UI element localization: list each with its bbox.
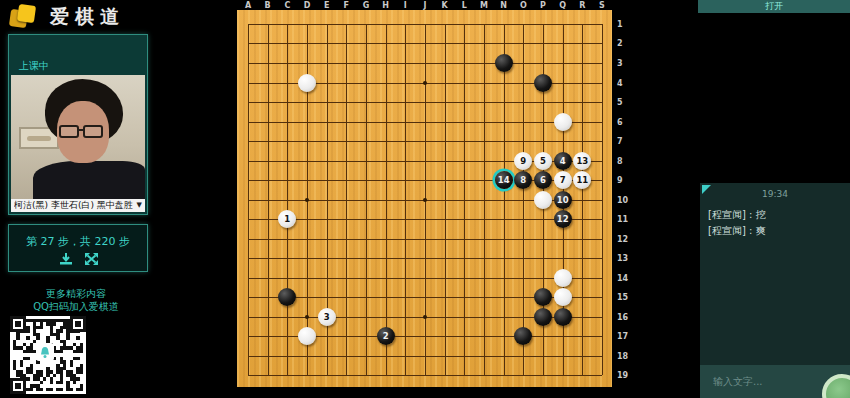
move-counter-text: 第 27 步，共 220 步	[9, 234, 147, 249]
col-label: S	[599, 1, 605, 10]
stone-p15	[534, 288, 552, 306]
row-label: 1	[617, 20, 623, 29]
row-label: 9	[617, 175, 623, 184]
row-label: 15	[617, 293, 628, 302]
app-logo: 爱棋道	[10, 4, 125, 30]
row-label: 3	[617, 58, 623, 67]
promo-text: 更多精彩内容 QQ扫码加入爱棋道	[0, 287, 152, 313]
promo-line2: QQ扫码加入爱棋道	[0, 300, 152, 313]
row-label: 16	[617, 312, 628, 321]
download-icon[interactable]	[59, 253, 73, 265]
chevron-down-icon: ▼	[137, 199, 142, 212]
qr-finder-bottom-left	[10, 378, 26, 394]
col-label: O	[520, 1, 527, 10]
qr-finder-top-right	[70, 316, 86, 332]
chat-collapse-icon[interactable]	[702, 185, 711, 194]
go-board: 9541314867111011232	[237, 10, 612, 387]
row-label: 5	[617, 97, 623, 106]
row-label: 11	[617, 215, 628, 224]
col-label: J	[424, 1, 427, 10]
col-label: C	[284, 1, 290, 10]
chat-timestamp: 19:34	[700, 183, 850, 199]
stone-q16	[554, 308, 572, 326]
row-label: 14	[617, 273, 628, 282]
col-label: M	[480, 1, 488, 10]
col-label: P	[540, 1, 546, 10]
app-window: 爱棋道 上课中 柯洁(黑) 李世石(白) 黑中盘胜 ▼ 第 27 步，共 220…	[0, 0, 850, 398]
promo-line1: 更多精彩内容	[0, 287, 152, 300]
stone-o9: 8	[514, 171, 532, 189]
col-label: Q	[559, 1, 566, 10]
row-label: 13	[617, 254, 628, 263]
stone-p4	[534, 74, 552, 92]
glasses-right	[83, 125, 103, 138]
stone-h17: 2	[377, 327, 395, 345]
game-select-value: 柯洁(黑) 李世石(白) 黑中盘胜	[14, 199, 133, 212]
chat-message: [程宣闻] : 爽	[708, 223, 842, 239]
board-row-labels: 12345678910111213141516171819	[617, 24, 633, 375]
row-label: 19	[617, 371, 628, 380]
qr-finder-top-left	[10, 316, 26, 332]
qr-bell-icon	[36, 343, 54, 361]
stone-d17	[298, 327, 316, 345]
stone-q6	[554, 113, 572, 131]
row-label: 12	[617, 234, 628, 243]
star-point	[423, 81, 427, 85]
stone-r8: 13	[573, 152, 591, 170]
app-title: 爱棋道	[50, 4, 125, 30]
star-point	[305, 198, 309, 202]
stone-n9: 14	[495, 171, 513, 189]
star-point	[423, 315, 427, 319]
glasses-left	[59, 125, 79, 138]
stone-r9: 11	[573, 171, 591, 189]
move-counter-panel: 第 27 步，共 220 步	[8, 224, 148, 272]
star-point	[423, 198, 427, 202]
stone-p10	[534, 191, 552, 209]
stone-o17	[514, 327, 532, 345]
open-button[interactable]: 打开	[698, 0, 850, 13]
stone-q10: 10	[554, 191, 572, 209]
row-label: 6	[617, 117, 623, 126]
col-label: H	[382, 1, 389, 10]
webcam-video	[11, 75, 145, 202]
col-label: F	[344, 1, 349, 10]
chat-message-list: [程宣闻] : 挖 [程宣闻] : 爽	[700, 199, 850, 239]
row-label: 18	[617, 351, 628, 360]
row-label: 8	[617, 156, 623, 165]
col-label: L	[462, 1, 467, 10]
stone-o8: 9	[514, 152, 532, 170]
star-point	[305, 315, 309, 319]
class-status-badge: 上课中	[19, 59, 49, 73]
qq-qr-code	[10, 316, 86, 394]
col-label: I	[404, 1, 407, 10]
col-label: E	[324, 1, 329, 10]
board-grid[interactable]: 9541314867111011232	[248, 24, 602, 375]
stone-d4	[298, 74, 316, 92]
chat-message: [程宣闻] : 挖	[708, 207, 842, 223]
person-face	[57, 101, 109, 163]
stone-q11: 12	[554, 210, 572, 228]
glasses-bridge	[78, 129, 84, 131]
col-label: B	[265, 1, 271, 10]
fullscreen-icon[interactable]	[85, 253, 98, 265]
row-label: 2	[617, 39, 623, 48]
game-select-dropdown[interactable]: 柯洁(黑) 李世石(白) 黑中盘胜 ▼	[11, 199, 145, 212]
stone-c11: 1	[278, 210, 296, 228]
person-body	[33, 161, 145, 202]
col-label: G	[363, 1, 370, 10]
stone-q15	[554, 288, 572, 306]
stone-q9: 7	[554, 171, 572, 189]
stone-q14	[554, 269, 572, 287]
stone-e16: 3	[318, 308, 336, 326]
row-label: 17	[617, 331, 628, 340]
teacher-video-panel: 上课中 柯洁(黑) 李世石(白) 黑中盘胜 ▼	[8, 34, 148, 215]
chat-panel: 19:34 [程宣闻] : 挖 [程宣闻] : 爽	[700, 183, 850, 398]
col-label: A	[245, 1, 251, 10]
row-label: 10	[617, 195, 628, 204]
col-label: R	[579, 1, 585, 10]
col-label: D	[304, 1, 311, 10]
row-label: 7	[617, 137, 623, 146]
stone-c15	[278, 288, 296, 306]
stone-p9: 6	[534, 171, 552, 189]
col-label: K	[442, 1, 448, 10]
go-tiles-icon	[10, 4, 40, 30]
col-label: N	[500, 1, 507, 10]
row-label: 4	[617, 78, 623, 87]
stone-n3	[495, 54, 513, 72]
stone-p16	[534, 308, 552, 326]
stone-p8: 5	[534, 152, 552, 170]
stone-q8: 4	[554, 152, 572, 170]
chat-input[interactable]	[713, 376, 838, 387]
